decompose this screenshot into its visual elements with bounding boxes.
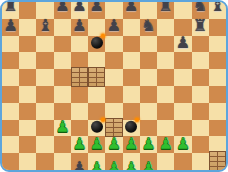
square-9-9[interactable] (157, 153, 174, 170)
black-rook[interactable]: ♜ (193, 18, 207, 34)
square-2-3[interactable] (36, 52, 53, 69)
square-5-0[interactable]: ♟ (88, 2, 105, 19)
square-12-5[interactable] (209, 86, 226, 103)
black-pawn[interactable]: ♟ (176, 35, 190, 51)
green-pawn[interactable]: ♟ (90, 136, 104, 152)
square-10-4[interactable] (174, 69, 191, 86)
square-9-2[interactable] (157, 36, 174, 53)
square-2-9[interactable] (36, 153, 53, 170)
square-6-3[interactable] (105, 52, 122, 69)
green-pawn[interactable]: ♟ (124, 160, 138, 172)
square-8-6[interactable] (140, 103, 157, 120)
square-4-4[interactable] (71, 69, 88, 86)
square-9-4[interactable] (157, 69, 174, 86)
square-7-9[interactable]: ♟ (123, 153, 140, 170)
square-12-9[interactable] (209, 153, 226, 170)
square-10-5[interactable] (174, 86, 191, 103)
square-10-6[interactable] (174, 103, 191, 120)
bomb-icon[interactable] (91, 121, 103, 133)
black-knight[interactable]: ♞ (141, 18, 155, 34)
square-12-2[interactable] (209, 36, 226, 53)
square-1-5[interactable] (19, 86, 36, 103)
square-0-4[interactable] (2, 69, 19, 86)
brick-wall (209, 151, 226, 171)
square-4-2[interactable] (71, 36, 88, 53)
square-8-1[interactable]: ♞ (140, 19, 157, 36)
square-11-5[interactable] (192, 86, 209, 103)
square-9-8[interactable]: ♟ (157, 136, 174, 153)
square-7-8[interactable]: ♟ (123, 136, 140, 153)
square-11-8[interactable] (192, 136, 209, 153)
square-3-8[interactable] (54, 136, 71, 153)
square-3-4[interactable] (54, 69, 71, 86)
black-pawn[interactable]: ♟ (90, 0, 104, 14)
square-6-5[interactable] (105, 86, 122, 103)
square-1-3[interactable] (19, 52, 36, 69)
square-8-2[interactable] (140, 36, 157, 53)
square-11-7[interactable] (192, 120, 209, 137)
square-0-9[interactable] (2, 153, 19, 170)
square-3-5[interactable] (54, 86, 71, 103)
square-5-8[interactable]: ♟ (88, 136, 105, 153)
black-pawn[interactable]: ♟ (124, 0, 138, 14)
green-pawn[interactable]: ♟ (159, 136, 173, 152)
black-pawn[interactable]: ♟ (72, 0, 86, 14)
square-10-3[interactable] (174, 52, 191, 69)
square-1-4[interactable] (19, 69, 36, 86)
square-7-4[interactable] (123, 69, 140, 86)
square-2-8[interactable] (36, 136, 53, 153)
square-12-0[interactable]: ♝ (209, 2, 226, 19)
square-11-9[interactable] (192, 153, 209, 170)
black-bishop[interactable]: ♝ (38, 18, 52, 34)
square-10-0[interactable] (174, 2, 191, 19)
square-1-9[interactable] (19, 153, 36, 170)
square-12-1[interactable] (209, 19, 226, 36)
square-4-5[interactable] (71, 86, 88, 103)
square-6-1[interactable]: ♟ (105, 19, 122, 36)
square-5-4[interactable] (88, 69, 105, 86)
black-rook[interactable]: ♜ (3, 0, 17, 14)
square-2-4[interactable] (36, 69, 53, 86)
square-4-9[interactable]: ♟ (71, 153, 88, 170)
black-rook[interactable]: ♜ (159, 0, 173, 14)
green-pawn[interactable]: ♟ (107, 136, 121, 152)
square-9-1[interactable] (157, 19, 174, 36)
square-2-1[interactable]: ♝ (36, 19, 53, 36)
green-pawn[interactable]: ♟ (124, 136, 138, 152)
black-bishop[interactable]: ♝ (210, 0, 224, 14)
square-1-8[interactable] (19, 136, 36, 153)
square-7-0[interactable]: ♟ (123, 2, 140, 19)
square-7-5[interactable] (123, 86, 140, 103)
game-window: ♜♟♟♟♟♜♞♝♟♝♟♟♞♜♟♟♟♟♟♟♟♟♟♟♟♟♟♟ (0, 0, 228, 172)
square-8-4[interactable] (140, 69, 157, 86)
square-5-2[interactable] (88, 36, 105, 53)
black-pawn[interactable]: ♟ (55, 0, 69, 14)
square-11-4[interactable] (192, 69, 209, 86)
square-1-7[interactable] (19, 120, 36, 137)
game-board[interactable]: ♜♟♟♟♟♜♞♝♟♝♟♟♞♜♟♟♟♟♟♟♟♟♟♟♟♟♟♟ (2, 2, 226, 170)
square-5-9[interactable]: ♟ (88, 153, 105, 170)
square-0-2[interactable] (2, 36, 19, 53)
square-10-8[interactable]: ♟ (174, 136, 191, 153)
green-pawn[interactable]: ♟ (90, 160, 104, 172)
brick-wall (71, 67, 88, 87)
square-9-5[interactable] (157, 86, 174, 103)
square-3-9[interactable] (54, 153, 71, 170)
bomb-icon[interactable] (125, 121, 137, 133)
black-pawn[interactable]: ♟ (72, 160, 86, 172)
square-1-6[interactable] (19, 103, 36, 120)
square-4-8[interactable]: ♟ (71, 136, 88, 153)
square-3-2[interactable] (54, 36, 71, 53)
square-11-6[interactable] (192, 103, 209, 120)
green-pawn[interactable]: ♟ (176, 136, 190, 152)
square-5-5[interactable] (88, 86, 105, 103)
square-10-2[interactable]: ♟ (174, 36, 191, 53)
square-2-2[interactable] (36, 36, 53, 53)
square-6-2[interactable] (105, 36, 122, 53)
green-pawn[interactable]: ♟ (72, 136, 86, 152)
square-0-7[interactable] (2, 120, 19, 137)
black-pawn[interactable]: ♟ (3, 18, 17, 34)
square-9-6[interactable] (157, 103, 174, 120)
square-11-1[interactable]: ♜ (192, 19, 209, 36)
square-3-7[interactable]: ♟ (54, 120, 71, 137)
square-11-3[interactable] (192, 52, 209, 69)
square-11-2[interactable] (192, 36, 209, 53)
green-pawn[interactable]: ♟ (141, 136, 155, 152)
square-2-6[interactable] (36, 103, 53, 120)
square-2-5[interactable] (36, 86, 53, 103)
square-1-0[interactable] (19, 2, 36, 19)
square-0-6[interactable] (2, 103, 19, 120)
square-10-9[interactable] (174, 153, 191, 170)
brick-wall (88, 67, 105, 87)
square-4-6[interactable] (71, 103, 88, 120)
square-3-0[interactable]: ♟ (54, 2, 71, 19)
square-12-6[interactable] (209, 103, 226, 120)
square-3-3[interactable] (54, 52, 71, 69)
square-12-3[interactable] (209, 52, 226, 69)
square-7-3[interactable] (123, 52, 140, 69)
black-pawn[interactable]: ♟ (72, 18, 86, 34)
square-8-5[interactable] (140, 86, 157, 103)
square-1-1[interactable] (19, 19, 36, 36)
square-8-8[interactable]: ♟ (140, 136, 157, 153)
square-6-4[interactable] (105, 69, 122, 86)
square-7-1[interactable] (123, 19, 140, 36)
black-knight[interactable]: ♞ (193, 0, 207, 14)
square-6-9[interactable]: ♟ (105, 153, 122, 170)
black-pawn[interactable]: ♟ (107, 18, 121, 34)
square-0-3[interactable] (2, 52, 19, 69)
square-0-8[interactable] (2, 136, 19, 153)
board-frame: ♜♟♟♟♟♜♞♝♟♝♟♟♞♜♟♟♟♟♟♟♟♟♟♟♟♟♟♟ (0, 0, 228, 172)
square-0-1[interactable]: ♟ (2, 19, 19, 36)
bomb-icon[interactable] (91, 37, 103, 49)
square-3-1[interactable] (54, 19, 71, 36)
square-8-3[interactable] (140, 52, 157, 69)
square-7-2[interactable] (123, 36, 140, 53)
square-6-8[interactable]: ♟ (105, 136, 122, 153)
green-pawn[interactable]: ♟ (141, 160, 155, 172)
square-0-5[interactable] (2, 86, 19, 103)
green-pawn[interactable]: ♟ (55, 119, 69, 135)
square-9-0[interactable]: ♜ (157, 2, 174, 19)
green-pawn[interactable]: ♟ (107, 160, 121, 172)
square-2-7[interactable] (36, 120, 53, 137)
square-4-1[interactable]: ♟ (71, 19, 88, 36)
square-12-7[interactable] (209, 120, 226, 137)
square-1-2[interactable] (19, 36, 36, 53)
square-12-4[interactable] (209, 69, 226, 86)
square-9-3[interactable] (157, 52, 174, 69)
square-8-9[interactable]: ♟ (140, 153, 157, 170)
